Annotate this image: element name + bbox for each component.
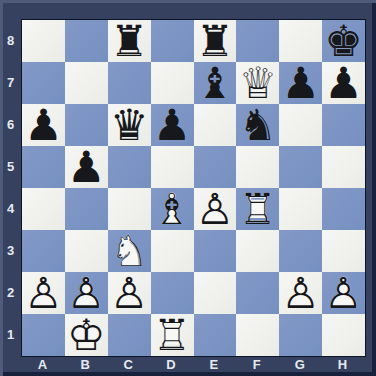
black-piece-glyph: ♟ (322, 62, 365, 104)
square-e6[interactable] (194, 104, 237, 146)
black-rook-c8[interactable]: ♜ (108, 20, 151, 62)
white-pawn-b2[interactable]: ♟♙ (65, 272, 108, 314)
square-f5[interactable] (236, 146, 279, 188)
black-rook-e8[interactable]: ♜ (194, 20, 237, 62)
square-a5[interactable] (22, 146, 65, 188)
white-piece-outline-glyph: ♘ (108, 230, 151, 272)
square-g6[interactable] (279, 104, 322, 146)
square-h2[interactable]: ♟♙ (322, 272, 365, 314)
white-piece-outline-glyph: ♙ (22, 272, 65, 314)
rank-label-6: 6 (0, 103, 21, 145)
white-pawn-e4[interactable]: ♟♙ (194, 188, 237, 230)
square-h3[interactable] (322, 230, 365, 272)
square-c8[interactable]: ♜ (108, 20, 151, 62)
square-c3[interactable]: ♞♘ (108, 230, 151, 272)
square-b8[interactable] (65, 20, 108, 62)
white-piece-outline-glyph: ♙ (194, 188, 237, 230)
black-piece-glyph: ♜ (194, 20, 237, 62)
square-f3[interactable] (236, 230, 279, 272)
rank-label-4: 4 (0, 187, 21, 229)
square-f2[interactable] (236, 272, 279, 314)
white-piece-fill-glyph: ♜ (236, 188, 279, 230)
black-pawn-g7[interactable]: ♟ (279, 62, 322, 104)
square-d6[interactable]: ♟ (151, 104, 194, 146)
square-e1[interactable] (194, 314, 237, 356)
file-label-G: G (278, 355, 321, 374)
square-h6[interactable] (322, 104, 365, 146)
white-piece-fill-glyph: ♟ (322, 272, 365, 314)
white-pawn-a2[interactable]: ♟♙ (22, 272, 65, 314)
square-g3[interactable] (279, 230, 322, 272)
square-e3[interactable] (194, 230, 237, 272)
square-e2[interactable] (194, 272, 237, 314)
black-knight-f6[interactable]: ♞ (236, 104, 279, 146)
square-e7[interactable]: ♝ (194, 62, 237, 104)
square-c6[interactable]: ♛ (108, 104, 151, 146)
white-piece-fill-glyph: ♟ (22, 272, 65, 314)
white-piece-outline-glyph: ♙ (279, 272, 322, 314)
square-d4[interactable]: ♝♗ (151, 188, 194, 230)
square-c5[interactable] (108, 146, 151, 188)
square-h4[interactable] (322, 188, 365, 230)
file-label-E: E (193, 355, 236, 374)
black-piece-glyph: ♟ (22, 104, 65, 146)
black-piece-glyph: ♛ (108, 104, 151, 146)
square-e5[interactable] (194, 146, 237, 188)
white-king-b1[interactable]: ♚♔ (65, 314, 108, 356)
black-pawn-d6[interactable]: ♟ (151, 104, 194, 146)
rank-labels: 87654321 (0, 19, 21, 355)
square-d8[interactable] (151, 20, 194, 62)
square-a6[interactable]: ♟ (22, 104, 65, 146)
square-d1[interactable]: ♜♖ (151, 314, 194, 356)
square-g2[interactable]: ♟♙ (279, 272, 322, 314)
square-a8[interactable] (22, 20, 65, 62)
square-g4[interactable] (279, 188, 322, 230)
white-pawn-h2[interactable]: ♟♙ (322, 272, 365, 314)
file-label-F: F (235, 355, 278, 374)
black-bishop-e7[interactable]: ♝ (194, 62, 237, 104)
white-pawn-c2[interactable]: ♟♙ (108, 272, 151, 314)
square-c7[interactable] (108, 62, 151, 104)
square-b3[interactable] (65, 230, 108, 272)
black-piece-glyph: ♚ (322, 20, 365, 62)
rank-label-7: 7 (0, 61, 21, 103)
white-piece-fill-glyph: ♜ (151, 314, 194, 356)
black-pawn-h7[interactable]: ♟ (322, 62, 365, 104)
square-h5[interactable] (322, 146, 365, 188)
square-d5[interactable] (151, 146, 194, 188)
white-piece-outline-glyph: ♗ (151, 188, 194, 230)
white-piece-outline-glyph: ♕ (236, 62, 279, 104)
white-bishop-d4[interactable]: ♝♗ (151, 188, 194, 230)
white-piece-fill-glyph: ♟ (65, 272, 108, 314)
white-piece-fill-glyph: ♟ (279, 272, 322, 314)
square-f1[interactable] (236, 314, 279, 356)
white-piece-outline-glyph: ♙ (65, 272, 108, 314)
black-piece-glyph: ♞ (236, 104, 279, 146)
white-piece-fill-glyph: ♟ (108, 272, 151, 314)
black-piece-glyph: ♜ (108, 20, 151, 62)
chess-board-frame: 87654321 ABCDEFGH ♜♜♚♝♛♕♟♟♟♛♟♞♟♝♗♟♙♜♖♞♘♟… (0, 0, 376, 376)
rank-label-8: 8 (0, 19, 21, 61)
white-piece-outline-glyph: ♖ (151, 314, 194, 356)
square-b6[interactable] (65, 104, 108, 146)
square-h1[interactable] (322, 314, 365, 356)
white-piece-outline-glyph: ♙ (108, 272, 151, 314)
white-piece-fill-glyph: ♟ (194, 188, 237, 230)
square-f8[interactable] (236, 20, 279, 62)
square-a3[interactable] (22, 230, 65, 272)
black-queen-c6[interactable]: ♛ (108, 104, 151, 146)
black-piece-glyph: ♟ (279, 62, 322, 104)
square-f6[interactable]: ♞ (236, 104, 279, 146)
white-rook-f4[interactable]: ♜♖ (236, 188, 279, 230)
white-knight-c3[interactable]: ♞♘ (108, 230, 151, 272)
white-queen-f7[interactable]: ♛♕ (236, 62, 279, 104)
square-b4[interactable] (65, 188, 108, 230)
white-piece-fill-glyph: ♚ (65, 314, 108, 356)
square-f4[interactable]: ♜♖ (236, 188, 279, 230)
rank-label-1: 1 (0, 313, 21, 355)
rank-label-5: 5 (0, 145, 21, 187)
square-g7[interactable]: ♟ (279, 62, 322, 104)
black-king-h8[interactable]: ♚ (322, 20, 365, 62)
square-b7[interactable] (65, 62, 108, 104)
square-d7[interactable] (151, 62, 194, 104)
file-label-A: A (21, 355, 64, 374)
file-label-D: D (150, 355, 193, 374)
square-c2[interactable]: ♟♙ (108, 272, 151, 314)
black-piece-glyph: ♟ (65, 146, 108, 188)
square-c1[interactable] (108, 314, 151, 356)
square-e8[interactable]: ♜ (194, 20, 237, 62)
square-b2[interactable]: ♟♙ (65, 272, 108, 314)
black-pawn-b5[interactable]: ♟ (65, 146, 108, 188)
square-a1[interactable] (22, 314, 65, 356)
white-pawn-g2[interactable]: ♟♙ (279, 272, 322, 314)
square-g8[interactable] (279, 20, 322, 62)
square-e4[interactable]: ♟♙ (194, 188, 237, 230)
chess-board: ♜♜♚♝♛♕♟♟♟♛♟♞♟♝♗♟♙♜♖♞♘♟♙♟♙♟♙♟♙♟♙♚♔♜♖ (21, 19, 366, 357)
square-a7[interactable] (22, 62, 65, 104)
white-piece-fill-glyph: ♛ (236, 62, 279, 104)
white-piece-outline-glyph: ♖ (236, 188, 279, 230)
square-g1[interactable] (279, 314, 322, 356)
square-f7[interactable]: ♛♕ (236, 62, 279, 104)
white-piece-fill-glyph: ♞ (108, 230, 151, 272)
square-c4[interactable] (108, 188, 151, 230)
black-piece-glyph: ♝ (194, 62, 237, 104)
square-b1[interactable]: ♚♔ (65, 314, 108, 356)
rank-label-3: 3 (0, 229, 21, 271)
black-pawn-a6[interactable]: ♟ (22, 104, 65, 146)
white-piece-outline-glyph: ♔ (65, 314, 108, 356)
file-label-H: H (321, 355, 364, 374)
file-labels: ABCDEFGH (21, 355, 364, 374)
square-d3[interactable] (151, 230, 194, 272)
square-g5[interactable] (279, 146, 322, 188)
white-piece-fill-glyph: ♝ (151, 188, 194, 230)
square-h7[interactable]: ♟ (322, 62, 365, 104)
rank-label-2: 2 (0, 271, 21, 313)
square-a4[interactable] (22, 188, 65, 230)
square-h8[interactable]: ♚ (322, 20, 365, 62)
file-label-C: C (107, 355, 150, 374)
file-label-B: B (64, 355, 107, 374)
square-b5[interactable]: ♟ (65, 146, 108, 188)
square-a2[interactable]: ♟♙ (22, 272, 65, 314)
black-piece-glyph: ♟ (151, 104, 194, 146)
white-rook-d1[interactable]: ♜♖ (151, 314, 194, 356)
white-piece-outline-glyph: ♙ (322, 272, 365, 314)
square-d2[interactable] (151, 272, 194, 314)
